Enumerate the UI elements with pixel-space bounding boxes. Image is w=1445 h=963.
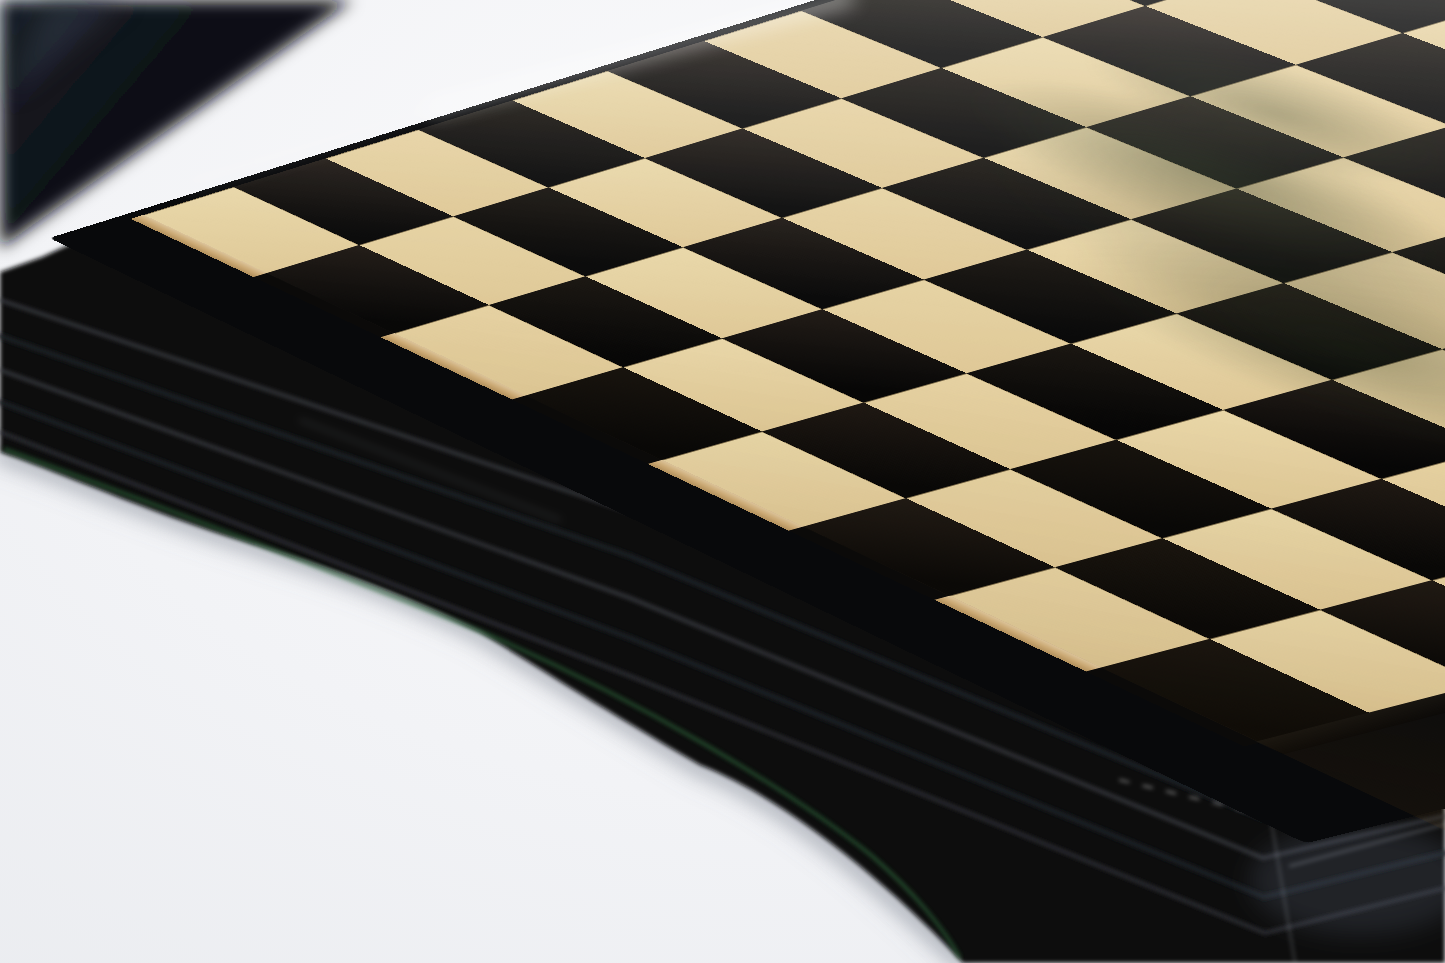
chess-board bbox=[143, 0, 1445, 742]
specular-sheen-blob bbox=[1250, 825, 1445, 935]
photo-of-chessboard bbox=[0, 0, 1445, 963]
